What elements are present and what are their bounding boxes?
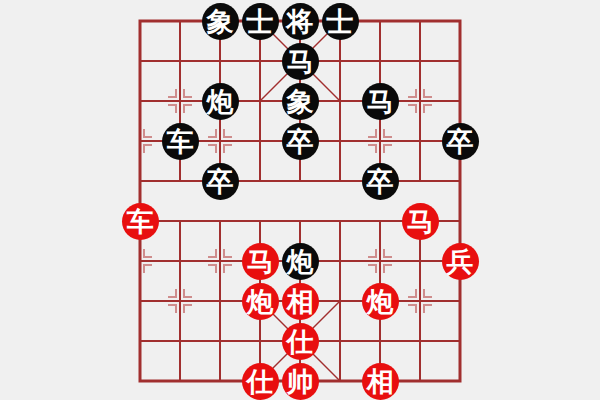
piece-black-general[interactable]: 将 [282, 3, 319, 40]
piece-black-elephant[interactable]: 象 [202, 3, 239, 40]
xiangqi-board-screenshot: 象士将士马炮象马车卒卒卒卒车马马炮兵炮相炮仕仕帅相 [0, 0, 600, 400]
piece-black-horse[interactable]: 马 [362, 83, 399, 120]
piece-red-horse[interactable]: 马 [402, 203, 439, 240]
piece-black-horse[interactable]: 马 [282, 43, 319, 80]
piece-black-cannon[interactable]: 炮 [202, 83, 239, 120]
piece-red-general[interactable]: 帅 [282, 363, 319, 400]
piece-black-cannon[interactable]: 炮 [282, 243, 319, 280]
piece-red-horse[interactable]: 马 [242, 243, 279, 280]
piece-black-advisor[interactable]: 士 [322, 3, 359, 40]
piece-black-soldier[interactable]: 卒 [282, 123, 319, 160]
piece-red-cannon[interactable]: 炮 [362, 283, 399, 320]
piece-red-chariot[interactable]: 车 [122, 203, 159, 240]
piece-grid: 象士将士马炮象马车卒卒卒卒车马马炮兵炮相炮仕仕帅相 [120, 1, 480, 400]
piece-red-advisor[interactable]: 仕 [282, 323, 319, 360]
piece-black-chariot[interactable]: 车 [162, 123, 199, 160]
piece-red-elephant[interactable]: 相 [362, 363, 399, 400]
piece-red-soldier[interactable]: 兵 [442, 243, 479, 280]
piece-black-soldier[interactable]: 卒 [442, 123, 479, 160]
piece-black-soldier[interactable]: 卒 [202, 163, 239, 200]
piece-red-elephant[interactable]: 相 [282, 283, 319, 320]
piece-red-cannon[interactable]: 炮 [242, 283, 279, 320]
piece-red-advisor[interactable]: 仕 [242, 363, 279, 400]
piece-black-soldier[interactable]: 卒 [362, 163, 399, 200]
piece-black-elephant[interactable]: 象 [282, 83, 319, 120]
piece-black-advisor[interactable]: 士 [242, 3, 279, 40]
